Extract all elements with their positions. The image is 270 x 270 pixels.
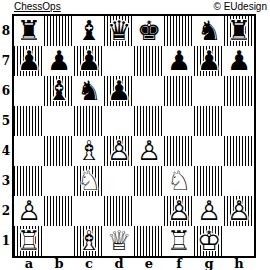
square-f3: ♞♘ [164,166,194,196]
rank-label-4: 4 [0,136,12,166]
square-c2 [74,196,104,226]
square-a8: ♜♜ [14,16,44,46]
square-b1 [44,226,74,256]
square-b7: ♟♟ [44,46,74,76]
square-b2 [44,196,74,226]
file-label-c: c [74,256,104,270]
rank-label-1: 1 [0,226,12,256]
square-d2 [104,196,134,226]
square-d3 [104,166,134,196]
square-h2: ♟♙ [224,196,254,226]
white-knight-icon: ♞♘ [74,166,104,196]
chess-board: ♜♜♝♝♛♛♚♚♞♞♜♜♟♟♟♟♟♟♟♟♟♟♟♟♝♝♞♞♟♟♝♗♟♙♟♙♞♘♞♘… [12,14,256,258]
file-label-f: f [164,256,194,270]
square-e8: ♚♚ [134,16,164,46]
black-knight-icon: ♞♞ [74,76,104,106]
square-h6 [224,76,254,106]
black-rook-icon: ♜♜ [14,16,44,46]
square-b3 [44,166,74,196]
black-pawn-icon: ♟♟ [224,46,254,76]
rank-label-8: 8 [0,16,12,46]
square-c5 [74,106,104,136]
square-b8 [44,16,74,46]
square-e3 [134,166,164,196]
white-pawn-icon: ♟♙ [224,196,254,226]
square-e4: ♟♙ [134,136,164,166]
black-pawn-icon: ♟♟ [14,46,44,76]
black-bishop-icon: ♝♝ [44,76,74,106]
white-bishop-icon: ♝♗ [74,226,104,256]
square-c3: ♞♘ [74,166,104,196]
rank-label-7: 7 [0,46,12,76]
square-h5 [224,106,254,136]
square-e6 [134,76,164,106]
square-a4 [14,136,44,166]
square-b5 [44,106,74,136]
square-g2: ♟♙ [194,196,224,226]
file-label-h: h [224,256,254,270]
square-a7: ♟♟ [14,46,44,76]
square-d7 [104,46,134,76]
square-f8 [164,16,194,46]
rank-label-2: 2 [0,196,12,226]
white-rook-icon: ♜♖ [14,226,44,256]
square-c7: ♟♟ [74,46,104,76]
square-e7 [134,46,164,76]
rank-label-5: 5 [0,106,12,136]
square-h3 [224,166,254,196]
black-rook-icon: ♜♜ [224,16,254,46]
square-a3 [14,166,44,196]
black-pawn-icon: ♟♟ [104,76,134,106]
square-h8: ♜♜ [224,16,254,46]
square-f6 [164,76,194,106]
square-a1: ♜♖ [14,226,44,256]
black-king-icon: ♚♚ [134,16,164,46]
white-knight-icon: ♞♘ [164,166,194,196]
square-b4 [44,136,74,166]
square-c8: ♝♝ [74,16,104,46]
file-label-g: g [194,256,224,270]
square-h1 [224,226,254,256]
white-pawn-icon: ♟♙ [134,136,164,166]
square-d6: ♟♟ [104,76,134,106]
black-bishop-icon: ♝♝ [74,16,104,46]
square-g7: ♟♟ [194,46,224,76]
square-g3 [194,166,224,196]
chessops-diagram: ChessOps © EUdesign 87654321 ♜♜♝♝♛♛♚♚♞♞♜… [0,0,270,270]
square-e1 [134,226,164,256]
credit-text: © EUdesign [213,1,267,13]
file-label-b: b [44,256,74,270]
square-a6 [14,76,44,106]
square-e2 [134,196,164,226]
file-label-e: e [134,256,164,270]
square-a2: ♟♙ [14,196,44,226]
square-f4 [164,136,194,166]
black-pawn-icon: ♟♟ [44,46,74,76]
app-title[interactable]: ChessOps [14,1,61,13]
square-g6 [194,76,224,106]
square-c4: ♝♗ [74,136,104,166]
black-pawn-icon: ♟♟ [74,46,104,76]
square-f2: ♟♙ [164,196,194,226]
white-bishop-icon: ♝♗ [74,136,104,166]
square-g4 [194,136,224,166]
white-pawn-icon: ♟♙ [164,196,194,226]
rank-labels: 87654321 [0,16,12,256]
black-pawn-icon: ♟♟ [194,46,224,76]
square-g8: ♞♞ [194,16,224,46]
white-pawn-icon: ♟♙ [194,196,224,226]
black-knight-icon: ♞♞ [194,16,224,46]
black-pawn-icon: ♟♟ [164,46,194,76]
square-h7: ♟♟ [224,46,254,76]
file-label-d: d [104,256,134,270]
square-g1: ♚♔ [194,226,224,256]
square-f5 [164,106,194,136]
file-labels: abcdefgh [14,256,254,270]
square-h4 [224,136,254,166]
white-pawn-icon: ♟♙ [14,196,44,226]
header: ChessOps © EUdesign [14,1,267,13]
square-g5 [194,106,224,136]
square-d8: ♛♛ [104,16,134,46]
white-rook-icon: ♜♖ [164,226,194,256]
white-king-icon: ♚♔ [194,226,224,256]
square-f1: ♜♖ [164,226,194,256]
white-queen-icon: ♛♕ [104,226,134,256]
square-f7: ♟♟ [164,46,194,76]
square-e5 [134,106,164,136]
rank-label-3: 3 [0,166,12,196]
black-queen-icon: ♛♛ [104,16,134,46]
square-d5 [104,106,134,136]
square-c6: ♞♞ [74,76,104,106]
square-d4: ♟♙ [104,136,134,166]
white-pawn-icon: ♟♙ [104,136,134,166]
rank-label-6: 6 [0,76,12,106]
square-a5 [14,106,44,136]
square-b6: ♝♝ [44,76,74,106]
square-c1: ♝♗ [74,226,104,256]
square-d1: ♛♕ [104,226,134,256]
file-label-a: a [14,256,44,270]
